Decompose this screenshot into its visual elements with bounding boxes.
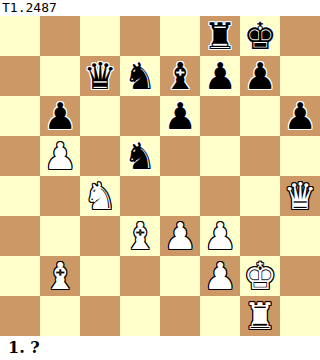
square-e3[interactable]: ♟	[160, 216, 200, 256]
square-c7[interactable]: ♛	[80, 56, 120, 96]
black-bishop: ♝	[160, 56, 200, 96]
square-a4[interactable]	[0, 176, 40, 216]
square-g7[interactable]: ♟	[240, 56, 280, 96]
square-f5[interactable]	[200, 136, 240, 176]
square-f4[interactable]	[200, 176, 240, 216]
square-h1[interactable]	[280, 296, 320, 336]
square-f3[interactable]: ♟	[200, 216, 240, 256]
square-f1[interactable]	[200, 296, 240, 336]
chess-board: ♜♚♛♞♝♟♟♟♟♟♟♞♞♛♝♟♟♝♟♚♜	[0, 16, 320, 336]
square-c6[interactable]	[80, 96, 120, 136]
white-king: ♚	[240, 256, 280, 296]
square-h5[interactable]	[280, 136, 320, 176]
square-d3[interactable]: ♝	[120, 216, 160, 256]
square-f2[interactable]: ♟	[200, 256, 240, 296]
black-king: ♚	[240, 16, 280, 56]
square-b4[interactable]	[40, 176, 80, 216]
square-a5[interactable]	[0, 136, 40, 176]
square-b5[interactable]: ♟	[40, 136, 80, 176]
square-a3[interactable]	[0, 216, 40, 256]
square-b8[interactable]	[40, 16, 80, 56]
square-e8[interactable]	[160, 16, 200, 56]
square-e2[interactable]	[160, 256, 200, 296]
black-pawn: ♟	[280, 96, 320, 136]
white-pawn: ♟	[160, 216, 200, 256]
square-h8[interactable]	[280, 16, 320, 56]
square-d7[interactable]: ♞	[120, 56, 160, 96]
square-f8[interactable]: ♜	[200, 16, 240, 56]
square-f7[interactable]: ♟	[200, 56, 240, 96]
square-g6[interactable]	[240, 96, 280, 136]
square-a1[interactable]	[0, 296, 40, 336]
square-b7[interactable]	[40, 56, 80, 96]
square-h3[interactable]	[280, 216, 320, 256]
square-g8[interactable]: ♚	[240, 16, 280, 56]
square-a7[interactable]	[0, 56, 40, 96]
black-rook: ♜	[200, 16, 240, 56]
square-d1[interactable]	[120, 296, 160, 336]
square-c2[interactable]	[80, 256, 120, 296]
square-a6[interactable]	[0, 96, 40, 136]
square-e4[interactable]	[160, 176, 200, 216]
square-d2[interactable]	[120, 256, 160, 296]
square-d8[interactable]	[120, 16, 160, 56]
square-g1[interactable]: ♜	[240, 296, 280, 336]
square-h6[interactable]: ♟	[280, 96, 320, 136]
square-c4[interactable]: ♞	[80, 176, 120, 216]
square-g5[interactable]	[240, 136, 280, 176]
square-f6[interactable]	[200, 96, 240, 136]
square-b3[interactable]	[40, 216, 80, 256]
square-g2[interactable]: ♚	[240, 256, 280, 296]
square-a8[interactable]	[0, 16, 40, 56]
black-knight: ♞	[120, 56, 160, 96]
square-c1[interactable]	[80, 296, 120, 336]
white-pawn: ♟	[200, 256, 240, 296]
black-pawn: ♟	[40, 96, 80, 136]
white-pawn: ♟	[200, 216, 240, 256]
white-rook: ♜	[240, 296, 280, 336]
move-prompt: 1. ?	[8, 337, 40, 360]
square-d5[interactable]: ♞	[120, 136, 160, 176]
square-e1[interactable]	[160, 296, 200, 336]
square-h7[interactable]	[280, 56, 320, 96]
square-b1[interactable]	[40, 296, 80, 336]
square-h2[interactable]	[280, 256, 320, 296]
black-pawn: ♟	[160, 96, 200, 136]
square-d6[interactable]	[120, 96, 160, 136]
black-pawn: ♟	[200, 56, 240, 96]
black-pawn: ♟	[240, 56, 280, 96]
square-c5[interactable]	[80, 136, 120, 176]
white-bishop: ♝	[40, 256, 80, 296]
square-c8[interactable]	[80, 16, 120, 56]
square-c3[interactable]	[80, 216, 120, 256]
white-bishop: ♝	[120, 216, 160, 256]
square-h4[interactable]: ♛	[280, 176, 320, 216]
black-queen: ♛	[80, 56, 120, 96]
white-queen: ♛	[280, 176, 320, 216]
square-b2[interactable]: ♝	[40, 256, 80, 296]
white-pawn: ♟	[40, 136, 80, 176]
square-g4[interactable]	[240, 176, 280, 216]
black-knight: ♞	[120, 136, 160, 176]
square-g3[interactable]	[240, 216, 280, 256]
square-d4[interactable]	[120, 176, 160, 216]
puzzle-id: T1.2487	[2, 0, 57, 16]
square-e7[interactable]: ♝	[160, 56, 200, 96]
square-b6[interactable]: ♟	[40, 96, 80, 136]
square-e5[interactable]	[160, 136, 200, 176]
square-a2[interactable]	[0, 256, 40, 296]
square-e6[interactable]: ♟	[160, 96, 200, 136]
white-knight: ♞	[80, 176, 120, 216]
